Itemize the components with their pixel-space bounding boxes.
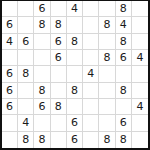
sudoku-cell-r5c5[interactable] xyxy=(67,66,83,82)
sudoku-cell-r5c1[interactable]: 6 xyxy=(2,66,18,82)
sudoku-cell-r6c8[interactable]: 8 xyxy=(116,83,132,99)
sudoku-cell-r4c7[interactable]: 8 xyxy=(99,50,115,66)
sudoku-cell-r7c5[interactable] xyxy=(67,99,83,115)
sudoku-cell-r2c1[interactable]: 6 xyxy=(2,17,18,33)
sudoku-cell-r3c6[interactable] xyxy=(83,34,99,50)
sudoku-cell-r9c4[interactable] xyxy=(51,132,67,148)
sudoku-cell-r9c8[interactable]: 8 xyxy=(116,132,132,148)
sudoku-cell-r8c9[interactable] xyxy=(132,115,148,131)
sudoku-cell-r3c8[interactable]: 8 xyxy=(116,34,132,50)
sudoku-cell-r6c3[interactable]: 8 xyxy=(34,83,50,99)
sudoku-cell-r8c4[interactable] xyxy=(51,115,67,131)
sudoku-cell-r4c6[interactable] xyxy=(83,50,99,66)
sudoku-cell-r4c2[interactable] xyxy=(18,50,34,66)
sudoku-cell-r7c1[interactable]: 6 xyxy=(2,99,18,115)
sudoku-cell-r6c9[interactable] xyxy=(132,83,148,99)
sudoku-cell-r3c1[interactable]: 4 xyxy=(2,34,18,50)
sudoku-cell-r8c8[interactable]: 6 xyxy=(116,115,132,131)
sudoku-cell-r7c3[interactable]: 6 xyxy=(34,99,50,115)
sudoku-cell-r3c9[interactable] xyxy=(132,34,148,50)
sudoku-cell-r4c5[interactable] xyxy=(67,50,83,66)
sudoku-cell-r1c6[interactable] xyxy=(83,1,99,17)
sudoku-cell-r9c1[interactable] xyxy=(2,132,18,148)
sudoku-cell-r4c9[interactable]: 4 xyxy=(132,50,148,66)
sudoku-cell-r4c4[interactable]: 6 xyxy=(51,50,67,66)
sudoku-cell-r6c5[interactable]: 8 xyxy=(67,83,83,99)
sudoku-cell-r5c8[interactable] xyxy=(116,66,132,82)
sudoku-cell-r4c1[interactable] xyxy=(2,50,18,66)
sudoku-cell-r7c6[interactable] xyxy=(83,99,99,115)
sudoku-cell-r6c1[interactable]: 6 xyxy=(2,83,18,99)
sudoku-cell-r1c5[interactable]: 4 xyxy=(67,1,83,17)
sudoku-cell-r4c3[interactable] xyxy=(34,50,50,66)
sudoku-cell-r8c6[interactable] xyxy=(83,115,99,131)
sudoku-cell-r1c4[interactable] xyxy=(51,1,67,17)
sudoku-cell-r9c9[interactable] xyxy=(132,132,148,148)
sudoku-cell-r4c8[interactable]: 6 xyxy=(116,50,132,66)
sudoku-cell-r7c8[interactable] xyxy=(116,99,132,115)
sudoku-board: 648688844668868646846888668446688688 xyxy=(0,0,150,150)
sudoku-cell-r7c7[interactable] xyxy=(99,99,115,115)
sudoku-cell-r3c3[interactable] xyxy=(34,34,50,50)
sudoku-cell-r6c4[interactable] xyxy=(51,83,67,99)
sudoku-cell-r9c3[interactable]: 8 xyxy=(34,132,50,148)
sudoku-cell-r1c9[interactable] xyxy=(132,1,148,17)
sudoku-cell-r8c1[interactable] xyxy=(2,115,18,131)
sudoku-cell-r8c3[interactable] xyxy=(34,115,50,131)
sudoku-cell-r7c4[interactable]: 8 xyxy=(51,99,67,115)
sudoku-cell-r1c8[interactable]: 8 xyxy=(116,1,132,17)
sudoku-cell-r5c3[interactable] xyxy=(34,66,50,82)
sudoku-cell-r2c5[interactable] xyxy=(67,17,83,33)
sudoku-cell-r1c3[interactable]: 6 xyxy=(34,1,50,17)
sudoku-cell-r3c4[interactable]: 6 xyxy=(51,34,67,50)
sudoku-cell-r2c3[interactable]: 8 xyxy=(34,17,50,33)
sudoku-cell-r5c4[interactable] xyxy=(51,66,67,82)
sudoku-cell-r5c6[interactable]: 4 xyxy=(83,66,99,82)
sudoku-cell-r6c2[interactable] xyxy=(18,83,34,99)
sudoku-cell-r5c7[interactable] xyxy=(99,66,115,82)
sudoku-cell-r3c5[interactable]: 8 xyxy=(67,34,83,50)
sudoku-cell-r2c6[interactable] xyxy=(83,17,99,33)
sudoku-cell-r5c2[interactable]: 8 xyxy=(18,66,34,82)
sudoku-cell-r7c2[interactable] xyxy=(18,99,34,115)
sudoku-cell-r9c2[interactable]: 8 xyxy=(18,132,34,148)
sudoku-cell-r2c9[interactable] xyxy=(132,17,148,33)
sudoku-cell-r5c9[interactable] xyxy=(132,66,148,82)
sudoku-cell-r9c7[interactable]: 8 xyxy=(99,132,115,148)
sudoku-cell-r2c4[interactable]: 8 xyxy=(51,17,67,33)
sudoku-cell-r1c2[interactable] xyxy=(18,1,34,17)
sudoku-cell-r3c7[interactable] xyxy=(99,34,115,50)
sudoku-cell-r2c2[interactable] xyxy=(18,17,34,33)
sudoku-cell-r8c2[interactable]: 4 xyxy=(18,115,34,131)
sudoku-cell-r2c7[interactable]: 8 xyxy=(99,17,115,33)
sudoku-cell-r6c6[interactable] xyxy=(83,83,99,99)
sudoku-cell-r2c8[interactable]: 4 xyxy=(116,17,132,33)
sudoku-cell-r6c7[interactable] xyxy=(99,83,115,99)
sudoku-cell-r8c5[interactable]: 6 xyxy=(67,115,83,131)
sudoku-cell-r1c1[interactable] xyxy=(2,1,18,17)
sudoku-cell-r3c2[interactable]: 6 xyxy=(18,34,34,50)
sudoku-cell-r9c5[interactable]: 6 xyxy=(67,132,83,148)
sudoku-cell-r1c7[interactable] xyxy=(99,1,115,17)
sudoku-cell-r8c7[interactable] xyxy=(99,115,115,131)
sudoku-cell-r7c9[interactable]: 4 xyxy=(132,99,148,115)
sudoku-cell-r9c6[interactable] xyxy=(83,132,99,148)
